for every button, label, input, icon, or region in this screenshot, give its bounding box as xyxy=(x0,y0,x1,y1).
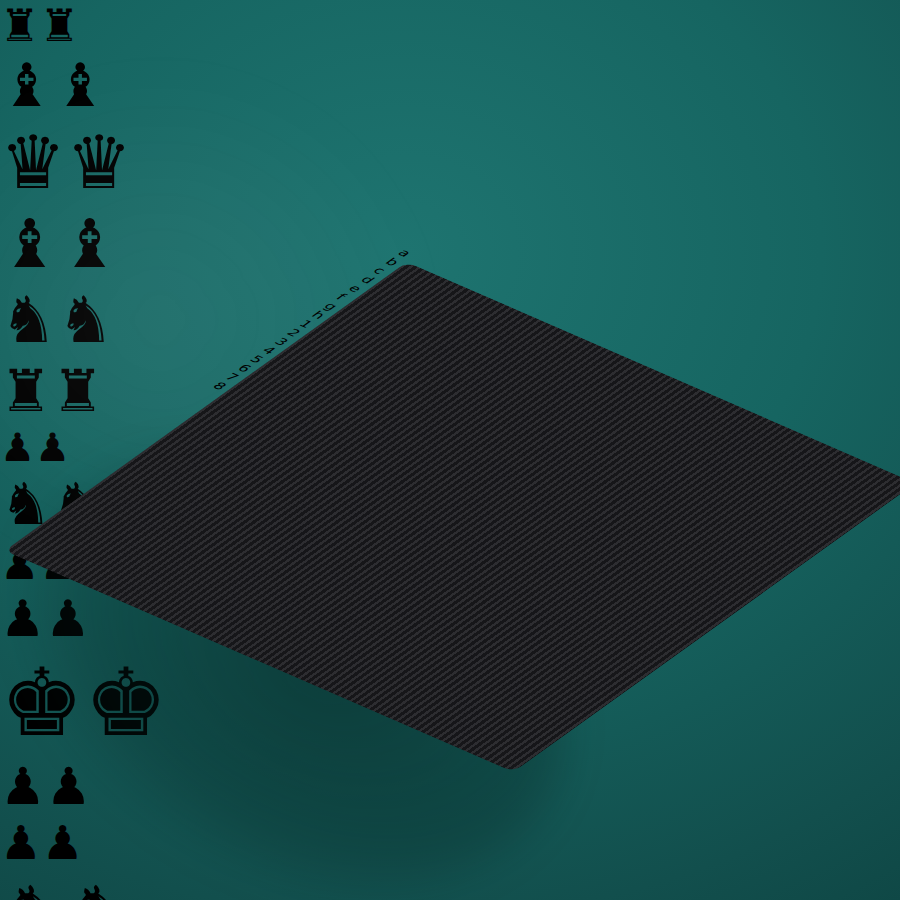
piece-reflection: ♜ xyxy=(52,357,104,425)
piece-reflection: ♛ xyxy=(66,120,132,205)
piece-reflection: ♟ xyxy=(42,816,84,870)
white-bishop-icon: ♝ xyxy=(0,205,60,283)
white-pawn-icon: ♟ xyxy=(0,425,35,470)
white-rook-icon: ♜ xyxy=(0,357,52,425)
piece-white-pawn-g6: ♟♟ xyxy=(0,757,900,816)
white-queen-icon: ♛ xyxy=(0,120,66,205)
product-photo-scene: abcdefgh12345678 ♜♜♝♝♛♛♝♝♞♞♜♜♟♟♞♞♟♟♟♟♚♚♟… xyxy=(0,0,900,900)
piece-black-knight-f4: ♞♞ xyxy=(0,870,900,900)
piece-reflection: ♟ xyxy=(45,589,90,648)
white-rook-icon: ♜ xyxy=(0,0,40,51)
piece-reflection: ♞ xyxy=(57,283,114,357)
black-knight-icon: ♞ xyxy=(0,870,65,900)
white-knight-icon: ♞ xyxy=(0,283,57,357)
piece-reflection: ♝ xyxy=(60,205,120,283)
white-pawn-icon: ♟ xyxy=(0,757,46,816)
piece-reflection: ♚ xyxy=(84,648,168,757)
piece-reflection: ♜ xyxy=(40,0,80,51)
piece-white-bishop-c8: ♝♝ xyxy=(0,51,900,120)
piece-white-pawn-c5: ♟♟ xyxy=(0,816,900,870)
piece-reflection: ♝ xyxy=(53,51,106,120)
piece-reflection: ♞ xyxy=(65,870,130,900)
piece-white-rook-a8: ♜♜ xyxy=(0,0,900,51)
white-bishop-icon: ♝ xyxy=(0,51,53,120)
piece-white-queen-d8: ♛♛ xyxy=(0,120,900,205)
piece-reflection: ♟ xyxy=(35,425,70,470)
white-pawn-icon: ♟ xyxy=(0,589,45,648)
piece-reflection: ♟ xyxy=(46,757,92,816)
white-pawn-icon: ♟ xyxy=(0,816,42,870)
white-king-icon: ♚ xyxy=(0,648,84,757)
